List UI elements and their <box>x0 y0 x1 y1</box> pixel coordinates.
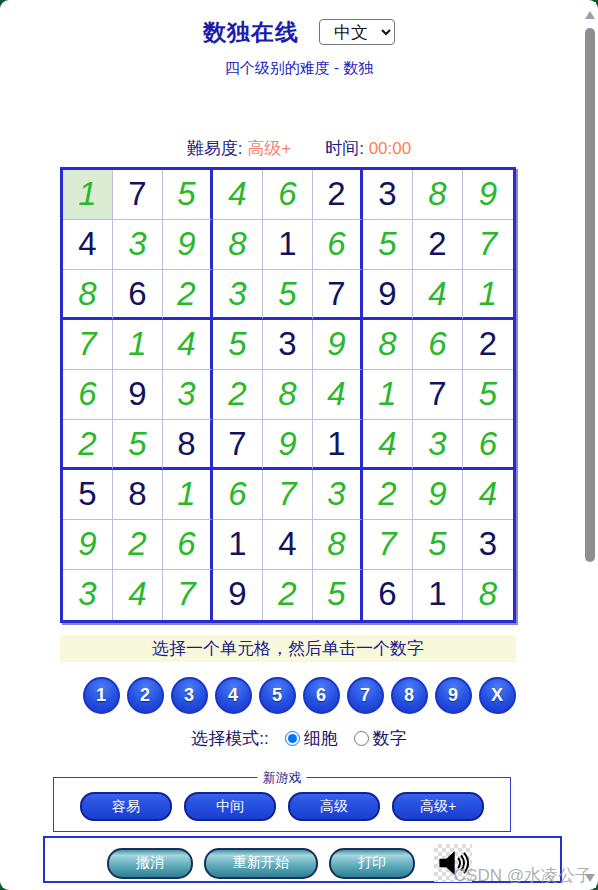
scrollbar-up-icon[interactable] <box>585 11 595 19</box>
cell-r9c6[interactable]: 5 <box>313 570 363 620</box>
action-button-打印[interactable]: 打印 <box>329 848 415 879</box>
cell-r7c1[interactable]: 5 <box>63 470 113 520</box>
cell-r8c9[interactable]: 3 <box>463 520 513 570</box>
cell-r9c7[interactable]: 6 <box>363 570 413 620</box>
difficulty-status: 難易度: 高级+ <box>187 137 291 160</box>
scrollbar-thumb[interactable] <box>585 28 595 562</box>
cell-r2c6[interactable]: 6 <box>313 220 363 270</box>
numpad-button-3[interactable]: 3 <box>171 677 208 714</box>
cell-r4c9[interactable]: 2 <box>463 320 513 370</box>
mode-option-细胞[interactable]: 细胞 <box>285 727 338 750</box>
numpad-button-6[interactable]: 6 <box>303 677 340 714</box>
header: 数独在线 中文 <box>0 16 598 48</box>
cell-r3c9[interactable]: 1 <box>463 270 513 320</box>
cell-r2c5[interactable]: 1 <box>263 220 313 270</box>
cell-r2c4[interactable]: 8 <box>213 220 263 270</box>
cell-r9c5[interactable]: 2 <box>263 570 313 620</box>
cell-r4c2[interactable]: 1 <box>113 320 163 370</box>
mode-radio[interactable] <box>285 731 300 746</box>
cell-r7c8[interactable]: 9 <box>413 470 463 520</box>
new-game-legend: 新游戏 <box>258 769 307 787</box>
cell-r8c2[interactable]: 2 <box>113 520 163 570</box>
cell-r5c4[interactable]: 2 <box>213 370 263 420</box>
cell-r9c4[interactable]: 9 <box>213 570 263 620</box>
page-title: 数独在线 <box>203 17 299 48</box>
mode-label: 选择模式:: <box>191 727 268 750</box>
cell-r6c3[interactable]: 8 <box>163 420 213 470</box>
cell-r3c4[interactable]: 3 <box>213 270 263 320</box>
language-select[interactable]: 中文 <box>319 19 395 45</box>
cell-r2c7[interactable]: 5 <box>363 220 413 270</box>
cell-r5c3[interactable]: 3 <box>163 370 213 420</box>
cell-r4c3[interactable]: 4 <box>163 320 213 370</box>
cell-r3c5[interactable]: 5 <box>263 270 313 320</box>
cell-r4c6[interactable]: 9 <box>313 320 363 370</box>
cell-r6c2[interactable]: 5 <box>113 420 163 470</box>
cell-r5c6[interactable]: 4 <box>313 370 363 420</box>
cell-r2c2[interactable]: 3 <box>113 220 163 270</box>
time-label: 时间: <box>325 139 364 158</box>
new-game-button-中间[interactable]: 中间 <box>184 792 276 821</box>
mode-option-数字[interactable]: 数字 <box>354 727 407 750</box>
mode-option-label: 数字 <box>373 727 407 750</box>
speaker-icon[interactable] <box>434 844 472 882</box>
cell-r5c5[interactable]: 8 <box>263 370 313 420</box>
numpad-button-1[interactable]: 1 <box>83 677 120 714</box>
action-button-撤消[interactable]: 撤消 <box>107 848 193 879</box>
cell-r7c2[interactable]: 8 <box>113 470 163 520</box>
cell-r9c3[interactable]: 7 <box>163 570 213 620</box>
new-game-fieldset: 新游戏 容易中间高级高级+ <box>53 777 511 832</box>
cell-r8c4[interactable]: 1 <box>213 520 263 570</box>
cell-r7c9[interactable]: 4 <box>463 470 513 520</box>
numpad-button-4[interactable]: 4 <box>215 677 252 714</box>
subtitle: 四个级别的难度 - 数独 <box>0 59 598 78</box>
cell-r8c7[interactable]: 7 <box>363 520 413 570</box>
cell-r6c7[interactable]: 4 <box>363 420 413 470</box>
sudoku-board: 1754623894398165278623579417145398626932… <box>60 167 516 623</box>
numpad-button-8[interactable]: 8 <box>391 677 428 714</box>
cell-r8c3[interactable]: 6 <box>163 520 213 570</box>
actions-fieldset: 撤消重新开始打印 <box>43 836 562 883</box>
cell-r4c7[interactable]: 8 <box>363 320 413 370</box>
cell-r1c7[interactable]: 3 <box>363 170 413 220</box>
sudoku-page: 数独在线 中文 四个级别的难度 - 数独 難易度: 高级+ 时间: 00:00 … <box>0 0 598 890</box>
cell-r5c9[interactable]: 5 <box>463 370 513 420</box>
cell-r1c3[interactable]: 5 <box>163 170 213 220</box>
cell-r8c1[interactable]: 9 <box>63 520 113 570</box>
time-value: 00:00 <box>369 139 412 158</box>
cell-r6c9[interactable]: 6 <box>463 420 513 470</box>
cell-r7c4[interactable]: 6 <box>213 470 263 520</box>
action-buttons: 撤消重新开始打印 <box>45 838 560 882</box>
cell-r6c5[interactable]: 9 <box>263 420 313 470</box>
number-pad: 123456789X <box>0 675 598 715</box>
new-game-button-高级+[interactable]: 高级+ <box>392 792 484 821</box>
numpad-button-X[interactable]: X <box>479 677 516 714</box>
cell-r5c2[interactable]: 9 <box>113 370 163 420</box>
cell-r9c9[interactable]: 8 <box>463 570 513 620</box>
new-game-button-高级[interactable]: 高级 <box>288 792 380 821</box>
cell-r8c8[interactable]: 5 <box>413 520 463 570</box>
cell-r7c3[interactable]: 1 <box>163 470 213 520</box>
cell-r3c1[interactable]: 8 <box>63 270 113 320</box>
numpad-button-7[interactable]: 7 <box>347 677 384 714</box>
mode-options: 细胞数字 <box>285 727 407 750</box>
cell-r3c6[interactable]: 7 <box>313 270 363 320</box>
cell-r7c6[interactable]: 3 <box>313 470 363 520</box>
cell-r6c8[interactable]: 3 <box>413 420 463 470</box>
cell-r5c8[interactable]: 7 <box>413 370 463 420</box>
scrollbar[interactable] <box>584 2 596 888</box>
mode-radio[interactable] <box>354 731 369 746</box>
cell-r3c2[interactable]: 6 <box>113 270 163 320</box>
cell-r3c3[interactable]: 2 <box>163 270 213 320</box>
hint-bar: 选择一个单元格，然后单击一个数字 <box>60 635 516 662</box>
cell-r4c5[interactable]: 3 <box>263 320 313 370</box>
cell-r1c8[interactable]: 8 <box>413 170 463 220</box>
cell-r3c8[interactable]: 4 <box>413 270 463 320</box>
numpad-button-9[interactable]: 9 <box>435 677 472 714</box>
numpad-button-5[interactable]: 5 <box>259 677 296 714</box>
mode-option-label: 细胞 <box>304 727 338 750</box>
cell-r2c8[interactable]: 2 <box>413 220 463 270</box>
cell-r1c1[interactable]: 1 <box>63 170 113 220</box>
numpad-button-2[interactable]: 2 <box>127 677 164 714</box>
new-game-button-容易[interactable]: 容易 <box>80 792 172 821</box>
cell-r4c8[interactable]: 6 <box>413 320 463 370</box>
cell-r2c9[interactable]: 7 <box>463 220 513 270</box>
time-status: 时间: 00:00 <box>325 137 411 160</box>
cell-r9c2[interactable]: 4 <box>113 570 163 620</box>
cell-r5c1[interactable]: 6 <box>63 370 113 420</box>
cell-r4c4[interactable]: 5 <box>213 320 263 370</box>
cell-r1c2[interactable]: 7 <box>113 170 163 220</box>
cell-r1c9[interactable]: 9 <box>463 170 513 220</box>
difficulty-value: 高级+ <box>247 139 291 158</box>
cell-r7c7[interactable]: 2 <box>363 470 413 520</box>
cell-r9c1[interactable]: 3 <box>63 570 113 620</box>
action-button-重新开始[interactable]: 重新开始 <box>204 848 318 879</box>
cell-r4c1[interactable]: 7 <box>63 320 113 370</box>
cell-r2c3[interactable]: 9 <box>163 220 213 270</box>
cell-r6c4[interactable]: 7 <box>213 420 263 470</box>
cell-r8c6[interactable]: 8 <box>313 520 363 570</box>
status-row: 難易度: 高级+ 时间: 00:00 <box>0 137 598 160</box>
cell-r7c5[interactable]: 7 <box>263 470 313 520</box>
mode-row: 选择模式:: 细胞数字 <box>0 727 598 750</box>
cell-r5c7[interactable]: 1 <box>363 370 413 420</box>
cell-r2c1[interactable]: 4 <box>63 220 113 270</box>
cell-r8c5[interactable]: 4 <box>263 520 313 570</box>
cell-r9c8[interactable]: 1 <box>413 570 463 620</box>
cell-r6c6[interactable]: 1 <box>313 420 363 470</box>
cell-r6c1[interactable]: 2 <box>63 420 113 470</box>
scrollbar-down-icon[interactable] <box>585 874 595 882</box>
cell-r3c7[interactable]: 9 <box>363 270 413 320</box>
cell-r1c4[interactable]: 4 <box>213 170 263 220</box>
cell-r1c5[interactable]: 6 <box>263 170 313 220</box>
cell-r1c6[interactable]: 2 <box>313 170 363 220</box>
difficulty-label: 難易度: <box>187 139 243 158</box>
